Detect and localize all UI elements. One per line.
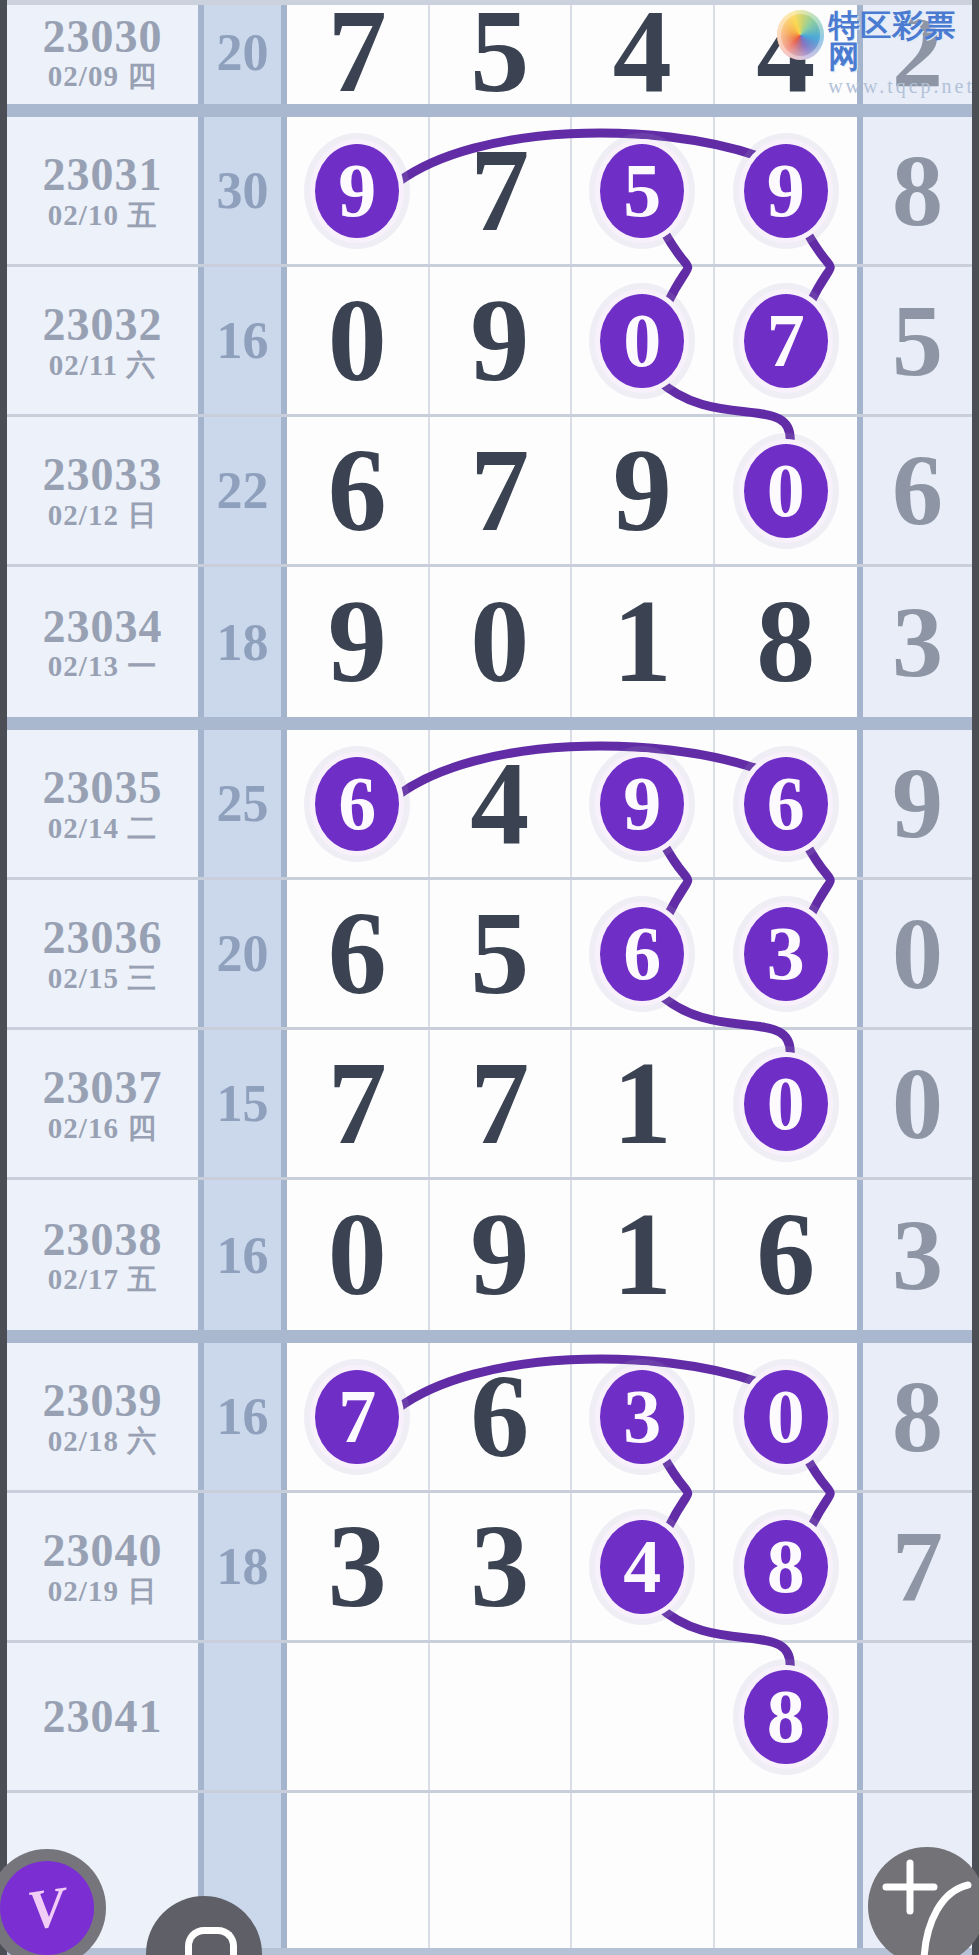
padlock-icon — [185, 1927, 237, 1955]
period-cell: 2304002/19 日 — [7, 1493, 198, 1640]
circled-digit: 4 — [600, 1520, 684, 1614]
circled-digit: 9 — [315, 144, 399, 238]
digit-cell: 9 — [287, 567, 430, 717]
logo-swirl-icon — [777, 10, 824, 60]
draw-row: 2303202/11 六1609075 — [7, 267, 972, 417]
digit-cell — [572, 1643, 715, 1790]
draw-date: 02/09 四 — [48, 61, 157, 92]
period-number: 23039 — [43, 1376, 163, 1426]
draw-date: 02/15 三 — [48, 963, 157, 994]
draw-row: 2303102/10 五3097598 — [7, 117, 972, 267]
digit-cell: 6 — [430, 1343, 573, 1490]
draw-row: 2303802/17 五1609163 — [7, 1180, 972, 1330]
add-line-button[interactable] — [868, 1847, 979, 1955]
digit-cell: 4 — [572, 1493, 715, 1640]
digit-cell: 7 — [287, 1030, 430, 1177]
digit-cell: 0 — [287, 267, 430, 414]
digit-cell: 9 — [572, 417, 715, 564]
draw-row: 2303302/12 日2267906 — [7, 417, 972, 567]
digit-cell: 9 — [430, 1180, 573, 1330]
digit-cell: 7 — [287, 1343, 430, 1490]
digit-cell: 7 — [287, 0, 430, 104]
tail-digit-cell: 7 — [857, 1493, 972, 1640]
period-cell: 2303202/11 六 — [7, 267, 198, 414]
period-cell: 2303002/09 四 — [7, 0, 198, 104]
digit-cell: 0 — [572, 267, 715, 414]
sum-cell: 18 — [198, 1493, 287, 1640]
digit-cell: 1 — [572, 1030, 715, 1177]
sum-cell: 30 — [198, 117, 287, 264]
digit-cell: 8 — [715, 1493, 858, 1640]
digit-cell: 4 — [430, 730, 573, 877]
digit-cell: 9 — [715, 117, 858, 264]
digit-cell: 9 — [430, 267, 573, 414]
period-cell: 2303402/13 一 — [7, 567, 198, 717]
group-separator — [7, 1330, 972, 1343]
digit-cell: 0 — [715, 417, 858, 564]
digit-cell: 3 — [572, 1343, 715, 1490]
sum-cell: 22 — [198, 417, 287, 564]
group-separator — [7, 717, 972, 730]
signature-v-glyph: V — [24, 1874, 70, 1943]
draw-row: 2303702/16 四1577100 — [7, 1030, 972, 1180]
sum-cell: 20 — [198, 0, 287, 104]
period-number: 23036 — [43, 913, 163, 963]
tail-digit-cell: 0 — [857, 880, 972, 1027]
period-cell: 2303102/10 五 — [7, 117, 198, 264]
circled-digit: 6 — [744, 757, 828, 851]
right-edge-strip — [972, 0, 979, 1955]
period-number: 23041 — [43, 1692, 163, 1742]
sum-cell: 16 — [198, 267, 287, 414]
digit-cell: 5 — [430, 0, 573, 104]
circled-digit: 0 — [744, 1057, 828, 1151]
tail-digit-cell: 9 — [857, 730, 972, 877]
draw-row: 230418 — [7, 1643, 972, 1793]
period-cell: 2303502/14 二 — [7, 730, 198, 877]
digit-cell: 6 — [287, 417, 430, 564]
period-number: 23037 — [43, 1063, 163, 1113]
digit-cell: 1 — [572, 1180, 715, 1330]
digit-cell — [287, 1793, 430, 1951]
digit-cell — [715, 1793, 858, 1951]
draw-row: 2303402/13 一1890183 — [7, 567, 972, 717]
digit-cell: 5 — [572, 117, 715, 264]
digit-cell: 7 — [430, 117, 573, 264]
tail-digit-cell: 5 — [857, 267, 972, 414]
digit-cell: 4 — [572, 0, 715, 104]
circled-digit: 8 — [744, 1520, 828, 1614]
left-edge-strip — [0, 0, 7, 1955]
tail-digit-cell: 6 — [857, 417, 972, 564]
digit-cell: 5 — [430, 880, 573, 1027]
period-number: 23035 — [43, 763, 163, 813]
circled-digit: 8 — [744, 1670, 828, 1764]
sum-cell: 18 — [198, 567, 287, 717]
group-separator — [7, 104, 972, 117]
draw-row: 2304002/19 日1833487 — [7, 1493, 972, 1643]
tail-digit-cell: 8 — [857, 117, 972, 264]
site-logo[interactable]: 特区彩票网 www.tqcp.net — [777, 10, 979, 96]
digit-cell: 0 — [430, 567, 573, 717]
site-name: 特区彩票网 — [828, 10, 979, 72]
draw-date: 02/18 六 — [48, 1426, 157, 1457]
digit-cell: 8 — [715, 567, 858, 717]
draw-date: 02/11 六 — [49, 350, 157, 381]
circled-digit: 9 — [744, 144, 828, 238]
digit-cell: 0 — [715, 1030, 858, 1177]
digit-cell — [572, 1793, 715, 1951]
draw-row: 2303902/18 六1676308 — [7, 1343, 972, 1493]
digit-cell: 8 — [715, 1643, 858, 1790]
period-cell: 2303802/17 五 — [7, 1180, 198, 1330]
digit-cell: 6 — [572, 880, 715, 1027]
draw-date: 02/19 日 — [48, 1576, 157, 1607]
period-number: 23038 — [43, 1215, 163, 1265]
digit-cell: 7 — [715, 267, 858, 414]
draw-row: 2303502/14 二2564969 — [7, 730, 972, 880]
digit-cell — [430, 1793, 573, 1951]
period-number: 23031 — [43, 150, 163, 200]
period-number: 23034 — [43, 602, 163, 652]
top-border-line — [7, 0, 972, 5]
period-cell: 2303902/18 六 — [7, 1343, 198, 1490]
digit-cell: 3 — [715, 880, 858, 1027]
draw-date: 02/12 日 — [48, 500, 157, 531]
digit-cell — [430, 1643, 573, 1790]
draw-date: 02/10 五 — [48, 200, 157, 231]
circled-digit: 6 — [600, 907, 684, 1001]
sum-cell: 20 — [198, 880, 287, 1027]
draw-date: 02/17 五 — [48, 1264, 157, 1295]
circled-digit: 9 — [600, 757, 684, 851]
digit-cell: 6 — [287, 880, 430, 1027]
period-number: 23033 — [43, 450, 163, 500]
sum-cell — [198, 1643, 287, 1790]
tail-digit-cell: 3 — [857, 1180, 972, 1330]
draw-row: 2303602/15 三2065630 — [7, 880, 972, 1030]
digit-cell: 6 — [715, 730, 858, 877]
pen-icon: V — [0, 1861, 94, 1955]
period-number: 23040 — [43, 1526, 163, 1576]
sum-cell: 16 — [198, 1180, 287, 1330]
sum-cell: 16 — [198, 1343, 287, 1490]
tail-digit-cell: 0 — [857, 1030, 972, 1177]
digit-cell: 7 — [430, 417, 573, 564]
add-curve-icon — [868, 1847, 979, 1955]
period-cell: 2303302/12 日 — [7, 417, 198, 564]
circled-digit: 3 — [744, 907, 828, 1001]
circled-digit: 7 — [315, 1370, 399, 1464]
tail-digit-cell: 8 — [857, 1343, 972, 1490]
circled-digit: 5 — [600, 144, 684, 238]
digit-cell: 3 — [430, 1493, 573, 1640]
digit-cell: 6 — [287, 730, 430, 877]
draw-date: 02/14 二 — [48, 813, 157, 844]
circled-digit: 0 — [744, 444, 828, 538]
period-cell: 23041 — [7, 1643, 198, 1790]
digit-cell: 3 — [287, 1493, 430, 1640]
circled-digit: 7 — [744, 294, 828, 388]
site-url: www.tqcp.net — [828, 76, 979, 96]
tail-digit-cell: 3 — [857, 567, 972, 717]
circled-digit: 6 — [315, 757, 399, 851]
digit-cell: 6 — [715, 1180, 858, 1330]
sum-cell: 25 — [198, 730, 287, 877]
digit-cell: 0 — [715, 1343, 858, 1490]
period-number: 23030 — [43, 12, 163, 62]
digit-cell: 1 — [572, 567, 715, 717]
digit-cell: 0 — [287, 1180, 430, 1330]
circled-digit: 3 — [600, 1370, 684, 1464]
period-number: 23032 — [43, 300, 163, 350]
digit-cell: 7 — [430, 1030, 573, 1177]
digit-cell: 9 — [572, 730, 715, 877]
circled-digit: 0 — [744, 1370, 828, 1464]
period-cell: 2303602/15 三 — [7, 880, 198, 1027]
draw-date: 02/13 一 — [48, 651, 157, 682]
sum-cell: 15 — [198, 1030, 287, 1177]
circled-digit: 0 — [600, 294, 684, 388]
trend-chart-board: 2303002/09 四20754422303102/10 五309759823… — [0, 0, 979, 1955]
draw-date: 02/16 四 — [48, 1113, 157, 1144]
digit-cell: 9 — [287, 117, 430, 264]
period-cell: 2303702/16 四 — [7, 1030, 198, 1177]
tail-digit-cell — [857, 1643, 972, 1790]
digit-cell — [287, 1643, 430, 1790]
